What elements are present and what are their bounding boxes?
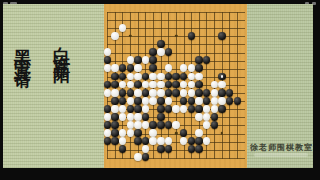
board-intersection[interactable]	[142, 32, 150, 40]
board-intersection[interactable]	[111, 153, 119, 161]
board-intersection[interactable]	[126, 145, 134, 153]
board-intersection[interactable]	[111, 32, 119, 40]
board-intersection[interactable]	[142, 137, 150, 145]
board-intersection[interactable]	[195, 113, 203, 121]
board-intersection[interactable]	[111, 129, 119, 137]
board-intersection[interactable]	[172, 121, 180, 129]
board-intersection[interactable]	[188, 153, 196, 161]
board-intersection[interactable]	[180, 56, 188, 64]
board-intersection[interactable]	[104, 64, 112, 72]
board-intersection[interactable]	[165, 145, 173, 153]
board-intersection[interactable]	[149, 153, 157, 161]
board-intersection[interactable]	[126, 153, 134, 161]
board-intersection[interactable]	[226, 8, 234, 16]
board-intersection[interactable]	[149, 129, 157, 137]
board-intersection[interactable]	[142, 105, 150, 113]
board-intersection[interactable]	[165, 40, 173, 48]
board-intersection[interactable]	[172, 16, 180, 24]
board-intersection[interactable]	[233, 8, 241, 16]
board-intersection[interactable]	[188, 48, 196, 56]
board-intersection[interactable]	[149, 137, 157, 145]
board-intersection[interactable]	[142, 56, 150, 64]
board-intersection[interactable]	[165, 97, 173, 105]
board-intersection[interactable]	[119, 137, 127, 145]
board-intersection[interactable]	[104, 32, 112, 40]
board-intersection[interactable]	[180, 129, 188, 137]
board-intersection[interactable]	[233, 145, 241, 153]
board-intersection[interactable]	[134, 16, 142, 24]
board-intersection[interactable]	[203, 56, 211, 64]
board-intersection[interactable]	[203, 32, 211, 40]
board-intersection[interactable]	[104, 113, 112, 121]
board-intersection[interactable]	[111, 105, 119, 113]
board-intersection[interactable]	[142, 145, 150, 153]
board-intersection[interactable]	[172, 153, 180, 161]
board-intersection[interactable]	[142, 97, 150, 105]
board-intersection[interactable]	[134, 129, 142, 137]
board-intersection[interactable]	[188, 97, 196, 105]
board-intersection[interactable]	[119, 24, 127, 32]
board-intersection[interactable]	[104, 16, 112, 24]
board-intersection[interactable]	[180, 137, 188, 145]
board-intersection[interactable]	[165, 105, 173, 113]
board-intersection[interactable]	[172, 89, 180, 97]
board-intersection[interactable]	[233, 121, 241, 129]
board-intersection[interactable]	[218, 56, 226, 64]
board-intersection[interactable]	[210, 48, 218, 56]
board-intersection[interactable]	[126, 40, 134, 48]
board-intersection[interactable]	[233, 24, 241, 32]
board-intersection[interactable]	[195, 121, 203, 129]
board-intersection[interactable]	[195, 32, 203, 40]
board-intersection[interactable]	[142, 40, 150, 48]
board-intersection[interactable]	[149, 113, 157, 121]
board-intersection[interactable]	[210, 24, 218, 32]
board-intersection[interactable]	[134, 121, 142, 129]
board-intersection[interactable]	[157, 16, 165, 24]
board-intersection[interactable]	[142, 113, 150, 121]
board-intersection[interactable]	[233, 64, 241, 72]
board-intersection[interactable]	[165, 121, 173, 129]
board-intersection[interactable]	[104, 72, 112, 80]
board-intersection[interactable]	[233, 113, 241, 121]
board-intersection[interactable]	[180, 24, 188, 32]
board-intersection[interactable]	[218, 16, 226, 24]
board-intersection[interactable]	[172, 97, 180, 105]
board-intersection[interactable]	[134, 48, 142, 56]
board-intersection[interactable]	[104, 8, 112, 16]
board-intersection[interactable]	[134, 40, 142, 48]
board-intersection[interactable]	[126, 16, 134, 24]
board-intersection[interactable]	[218, 32, 226, 40]
board-intersection[interactable]	[142, 48, 150, 56]
board-intersection[interactable]	[119, 153, 127, 161]
board-intersection[interactable]	[134, 105, 142, 113]
board-intersection[interactable]	[104, 121, 112, 129]
board-intersection[interactable]	[226, 121, 234, 129]
board-intersection[interactable]	[195, 40, 203, 48]
board-intersection[interactable]	[188, 24, 196, 32]
board-intersection[interactable]	[157, 56, 165, 64]
board-intersection[interactable]	[188, 32, 196, 40]
board-intersection[interactable]	[172, 40, 180, 48]
board-intersection[interactable]	[172, 145, 180, 153]
board-intersection[interactable]	[195, 64, 203, 72]
board-intersection[interactable]	[149, 48, 157, 56]
board-intersection[interactable]	[134, 56, 142, 64]
board-intersection[interactable]	[134, 8, 142, 16]
board-intersection[interactable]	[218, 80, 226, 88]
board-intersection[interactable]	[126, 89, 134, 97]
board-intersection[interactable]	[210, 121, 218, 129]
board-intersection[interactable]	[157, 80, 165, 88]
board-intersection[interactable]	[104, 24, 112, 32]
board-intersection[interactable]	[233, 89, 241, 97]
board-intersection[interactable]	[104, 145, 112, 153]
board-intersection[interactable]	[203, 145, 211, 153]
board-intersection[interactable]	[172, 24, 180, 32]
board-intersection[interactable]	[210, 153, 218, 161]
board-intersection[interactable]	[188, 129, 196, 137]
board-intersection[interactable]	[203, 8, 211, 16]
board-intersection[interactable]	[157, 145, 165, 153]
board-intersection[interactable]	[180, 16, 188, 24]
board-intersection[interactable]	[142, 24, 150, 32]
board-intersection[interactable]	[142, 80, 150, 88]
board-intersection[interactable]	[134, 24, 142, 32]
board-intersection[interactable]	[134, 32, 142, 40]
board-intersection[interactable]	[165, 129, 173, 137]
board-intersection[interactable]	[180, 64, 188, 72]
board-intersection[interactable]	[210, 137, 218, 145]
board-intersection[interactable]	[188, 105, 196, 113]
board-intersection[interactable]	[157, 113, 165, 121]
board-intersection[interactable]	[149, 80, 157, 88]
board-intersection[interactable]	[180, 97, 188, 105]
board-intersection[interactable]	[233, 72, 241, 80]
board-intersection[interactable]	[111, 24, 119, 32]
board-intersection[interactable]	[142, 153, 150, 161]
board-intersection[interactable]	[149, 56, 157, 64]
go-board[interactable]	[104, 4, 247, 168]
board-intersection[interactable]	[172, 56, 180, 64]
board-intersection[interactable]	[195, 153, 203, 161]
board-intersection[interactable]	[104, 153, 112, 161]
board-intersection[interactable]	[142, 16, 150, 24]
board-intersection[interactable]	[203, 137, 211, 145]
board-intersection[interactable]	[233, 56, 241, 64]
board-intersection[interactable]	[126, 72, 134, 80]
board-intersection[interactable]	[226, 80, 234, 88]
board-intersection[interactable]	[142, 129, 150, 137]
board-intersection[interactable]	[195, 89, 203, 97]
board-intersection[interactable]	[165, 48, 173, 56]
board-intersection[interactable]	[203, 113, 211, 121]
board-intersection[interactable]	[203, 89, 211, 97]
board-intersection[interactable]	[111, 145, 119, 153]
board-intersection[interactable]	[203, 64, 211, 72]
board-intersection[interactable]	[180, 145, 188, 153]
board-intersection[interactable]	[157, 32, 165, 40]
board-intersection[interactable]	[111, 97, 119, 105]
board-intersection[interactable]	[126, 121, 134, 129]
board-intersection[interactable]	[111, 80, 119, 88]
board-intersection[interactable]	[180, 80, 188, 88]
board-intersection[interactable]	[172, 48, 180, 56]
board-intersection[interactable]	[226, 129, 234, 137]
board-intersection[interactable]	[104, 40, 112, 48]
board-intersection[interactable]	[226, 137, 234, 145]
board-intersection[interactable]	[226, 153, 234, 161]
board-intersection[interactable]	[203, 24, 211, 32]
board-intersection[interactable]	[126, 24, 134, 32]
board-intersection[interactable]	[126, 56, 134, 64]
board-intersection[interactable]	[210, 145, 218, 153]
board-intersection[interactable]	[233, 32, 241, 40]
board-intersection[interactable]	[172, 105, 180, 113]
board-intersection[interactable]	[203, 80, 211, 88]
board-intersection[interactable]	[195, 72, 203, 80]
board-intersection[interactable]	[188, 121, 196, 129]
board-intersection[interactable]	[157, 48, 165, 56]
board-intersection[interactable]	[149, 72, 157, 80]
board-intersection[interactable]	[134, 153, 142, 161]
board-intersection[interactable]	[111, 121, 119, 129]
board-intersection[interactable]	[210, 56, 218, 64]
board-intersection[interactable]	[233, 105, 241, 113]
board-intersection[interactable]	[226, 72, 234, 80]
board-intersection[interactable]	[126, 64, 134, 72]
board-intersection[interactable]	[119, 121, 127, 129]
board-intersection[interactable]	[165, 153, 173, 161]
board-intersection[interactable]	[104, 105, 112, 113]
board-intersection[interactable]	[119, 40, 127, 48]
board-intersection[interactable]	[226, 16, 234, 24]
board-intersection[interactable]	[149, 105, 157, 113]
board-intersection[interactable]	[119, 113, 127, 121]
board-intersection[interactable]	[195, 48, 203, 56]
board-intersection[interactable]	[165, 24, 173, 32]
board-intersection[interactable]	[111, 89, 119, 97]
board-intersection[interactable]	[172, 64, 180, 72]
board-intersection[interactable]	[165, 8, 173, 16]
board-intersection[interactable]	[111, 48, 119, 56]
board-intersection[interactable]	[119, 16, 127, 24]
board-intersection[interactable]	[210, 40, 218, 48]
board-intersection[interactable]	[119, 89, 127, 97]
board-intersection[interactable]	[226, 145, 234, 153]
board-intersection[interactable]	[149, 64, 157, 72]
board-intersection[interactable]	[218, 105, 226, 113]
board-intersection[interactable]	[195, 8, 203, 16]
board-intersection[interactable]	[119, 129, 127, 137]
board-intersection[interactable]	[104, 89, 112, 97]
board-intersection[interactable]	[180, 8, 188, 16]
board-intersection[interactable]	[165, 16, 173, 24]
board-intersection[interactable]	[157, 89, 165, 97]
board-intersection[interactable]	[104, 97, 112, 105]
board-intersection[interactable]	[180, 113, 188, 121]
board-intersection[interactable]	[142, 121, 150, 129]
board-intersection[interactable]	[188, 56, 196, 64]
board-intersection[interactable]	[210, 16, 218, 24]
board-intersection[interactable]	[188, 80, 196, 88]
board-intersection[interactable]	[126, 105, 134, 113]
board-intersection[interactable]	[142, 8, 150, 16]
board-intersection[interactable]	[104, 56, 112, 64]
board-intersection[interactable]	[126, 8, 134, 16]
board-intersection[interactable]	[111, 72, 119, 80]
board-intersection[interactable]	[233, 16, 241, 24]
board-intersection[interactable]	[210, 32, 218, 40]
board-intersection[interactable]	[126, 48, 134, 56]
board-intersection[interactable]	[188, 89, 196, 97]
board-intersection[interactable]	[233, 137, 241, 145]
board-intersection[interactable]	[149, 121, 157, 129]
board-intersection[interactable]	[165, 137, 173, 145]
board-intersection[interactable]	[226, 40, 234, 48]
board-intersection[interactable]	[195, 105, 203, 113]
board-intersection[interactable]	[195, 80, 203, 88]
board-intersection[interactable]	[172, 129, 180, 137]
board-intersection[interactable]	[188, 137, 196, 145]
board-intersection[interactable]	[157, 40, 165, 48]
board-intersection[interactable]	[180, 48, 188, 56]
board-intersection[interactable]	[119, 32, 127, 40]
board-intersection[interactable]	[157, 97, 165, 105]
board-intersection[interactable]	[119, 48, 127, 56]
board-intersection[interactable]	[157, 64, 165, 72]
board-intersection[interactable]	[180, 89, 188, 97]
board-intersection[interactable]	[134, 72, 142, 80]
board-intersection[interactable]	[165, 89, 173, 97]
board-intersection[interactable]	[134, 80, 142, 88]
board-intersection[interactable]	[233, 129, 241, 137]
board-intersection[interactable]	[172, 113, 180, 121]
board-intersection[interactable]	[180, 40, 188, 48]
board-intersection[interactable]	[149, 32, 157, 40]
board-intersection[interactable]	[210, 89, 218, 97]
board-intersection[interactable]	[195, 145, 203, 153]
board-intersection[interactable]	[188, 40, 196, 48]
board-intersection[interactable]	[165, 56, 173, 64]
board-intersection[interactable]	[172, 80, 180, 88]
board-intersection[interactable]	[226, 48, 234, 56]
board-intersection[interactable]	[195, 16, 203, 24]
board-intersection[interactable]	[149, 40, 157, 48]
board-intersection[interactable]	[226, 56, 234, 64]
board-intersection[interactable]	[218, 145, 226, 153]
board-intersection[interactable]	[126, 32, 134, 40]
board-intersection[interactable]	[157, 105, 165, 113]
board-intersection[interactable]	[126, 97, 134, 105]
board-intersection[interactable]	[233, 48, 241, 56]
board-intersection[interactable]	[180, 72, 188, 80]
board-intersection[interactable]	[203, 72, 211, 80]
board-intersection[interactable]	[226, 113, 234, 121]
board-intersection[interactable]	[226, 24, 234, 32]
board-intersection[interactable]	[157, 72, 165, 80]
board-intersection[interactable]	[188, 145, 196, 153]
board-intersection[interactable]	[172, 32, 180, 40]
board-intersection[interactable]	[119, 8, 127, 16]
board-intersection[interactable]	[226, 64, 234, 72]
board-intersection[interactable]	[203, 48, 211, 56]
board-intersection[interactable]	[195, 24, 203, 32]
board-intersection[interactable]	[165, 80, 173, 88]
board-intersection[interactable]	[157, 24, 165, 32]
board-intersection[interactable]	[126, 80, 134, 88]
board-intersection[interactable]	[180, 153, 188, 161]
board-intersection[interactable]	[188, 64, 196, 72]
board-intersection[interactable]	[104, 129, 112, 137]
board-intersection[interactable]	[142, 89, 150, 97]
board-intersection[interactable]	[218, 8, 226, 16]
board-intersection[interactable]	[157, 129, 165, 137]
board-intersection[interactable]	[134, 113, 142, 121]
board-intersection[interactable]	[203, 40, 211, 48]
board-intersection[interactable]	[203, 16, 211, 24]
board-intersection[interactable]	[188, 72, 196, 80]
board-intersection[interactable]	[111, 8, 119, 16]
board-intersection[interactable]	[218, 40, 226, 48]
board-intersection[interactable]	[233, 80, 241, 88]
board-intersection[interactable]	[218, 97, 226, 105]
board-intersection[interactable]	[203, 121, 211, 129]
board-intersection[interactable]	[210, 105, 218, 113]
board-intersection[interactable]	[111, 16, 119, 24]
board-intersection[interactable]	[233, 153, 241, 161]
board-intersection[interactable]	[119, 145, 127, 153]
board-intersection[interactable]	[149, 145, 157, 153]
board-intersection[interactable]	[195, 129, 203, 137]
board-intersection[interactable]	[134, 137, 142, 145]
board-intersection[interactable]	[172, 137, 180, 145]
board-intersection[interactable]	[218, 64, 226, 72]
board-intersection[interactable]	[210, 64, 218, 72]
board-intersection[interactable]	[157, 121, 165, 129]
board-intersection[interactable]	[126, 113, 134, 121]
board-intersection[interactable]	[165, 72, 173, 80]
board-intersection[interactable]	[226, 32, 234, 40]
board-intersection[interactable]	[165, 32, 173, 40]
board-intersection[interactable]	[119, 72, 127, 80]
board-intersection[interactable]	[119, 97, 127, 105]
board-intersection[interactable]	[210, 80, 218, 88]
board-intersection[interactable]	[195, 56, 203, 64]
board-intersection[interactable]	[226, 89, 234, 97]
board-intersection[interactable]	[218, 48, 226, 56]
board-intersection[interactable]	[134, 64, 142, 72]
board-intersection[interactable]	[157, 8, 165, 16]
board-intersection[interactable]	[172, 72, 180, 80]
board-intersection[interactable]	[203, 97, 211, 105]
board-intersection[interactable]	[210, 113, 218, 121]
board-intersection[interactable]	[134, 145, 142, 153]
board-intersection[interactable]	[226, 105, 234, 113]
board-intersection[interactable]	[218, 113, 226, 121]
board-intersection[interactable]	[111, 137, 119, 145]
board-intersection[interactable]	[195, 97, 203, 105]
board-intersection[interactable]	[188, 8, 196, 16]
board-intersection[interactable]	[195, 137, 203, 145]
board-intersection[interactable]	[119, 105, 127, 113]
board-intersection[interactable]	[218, 72, 226, 80]
board-intersection[interactable]	[172, 8, 180, 16]
board-intersection[interactable]	[157, 153, 165, 161]
board-intersection[interactable]	[134, 89, 142, 97]
board-intersection[interactable]	[233, 97, 241, 105]
